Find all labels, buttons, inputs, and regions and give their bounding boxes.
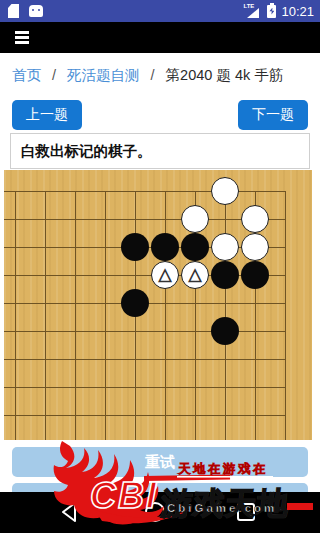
next-problem-button[interactable]: 下一题 <box>238 100 308 130</box>
menu-icon[interactable] <box>15 31 29 44</box>
black-stone <box>241 261 269 289</box>
screen: { "game": "go-weiqi-life-and-death-puzzl… <box>0 0 320 533</box>
breadcrumb: 首页 / 死活题自测 / 第2040 题 4k 手筋 <box>0 53 320 97</box>
recents-icon[interactable] <box>235 501 257 523</box>
white-stone <box>211 177 239 205</box>
white-stone <box>211 233 239 261</box>
status-bar-right: LTE 10:21 <box>243 4 320 19</box>
grid-line-horizontal <box>4 415 286 416</box>
grid-line-vertical <box>75 191 76 440</box>
app-bar <box>0 22 320 53</box>
go-board[interactable]: △△ <box>4 170 312 440</box>
android-nav-bar <box>0 492 320 533</box>
puzzle-instruction: 白救出标记的棋子。 <box>10 133 310 169</box>
black-stone <box>121 289 149 317</box>
clock: 10:21 <box>281 4 314 19</box>
grid-line-vertical <box>285 191 286 440</box>
breadcrumb-separator: / <box>151 67 155 83</box>
breadcrumb-category-link[interactable]: 死活题自测 <box>67 66 140 85</box>
grid-line-vertical <box>105 191 106 440</box>
triangle-mark-icon: △ <box>158 266 171 283</box>
retry-button[interactable]: 重试 <box>12 447 308 477</box>
black-stone <box>211 317 239 345</box>
grid-line-horizontal <box>4 191 286 192</box>
android-bot-icon <box>29 5 43 17</box>
battery-icon <box>267 5 276 18</box>
grid-line-horizontal <box>4 387 286 388</box>
grid-line-vertical <box>225 191 226 440</box>
grid-line-vertical <box>15 191 16 440</box>
white-stone-triangle-marked: △ <box>181 261 209 289</box>
grid-line-horizontal <box>4 331 286 332</box>
grid-line-vertical <box>45 191 46 440</box>
grid-line-vertical <box>165 191 166 440</box>
black-stone <box>121 233 149 261</box>
grid-line-horizontal <box>4 359 286 360</box>
home-icon[interactable] <box>144 501 166 523</box>
white-stone <box>241 205 269 233</box>
triangle-mark-icon: △ <box>188 266 201 283</box>
sd-card-icon <box>8 4 19 18</box>
black-stone <box>181 233 209 261</box>
breadcrumb-current-page: 第2040 题 4k 手筋 <box>166 66 284 85</box>
white-stone <box>241 233 269 261</box>
black-stone <box>151 233 179 261</box>
breadcrumb-separator: / <box>52 67 56 83</box>
white-stone-triangle-marked: △ <box>151 261 179 289</box>
previous-problem-button[interactable]: 上一题 <box>12 100 82 130</box>
white-stone <box>181 205 209 233</box>
black-stone <box>211 261 239 289</box>
signal-icon: LTE <box>243 4 259 18</box>
back-icon[interactable] <box>59 501 81 523</box>
signal-triangle-icon <box>247 8 259 18</box>
breadcrumb-home-link[interactable]: 首页 <box>12 66 41 85</box>
status-bar: LTE 10:21 <box>0 0 320 22</box>
status-bar-left <box>0 4 243 18</box>
